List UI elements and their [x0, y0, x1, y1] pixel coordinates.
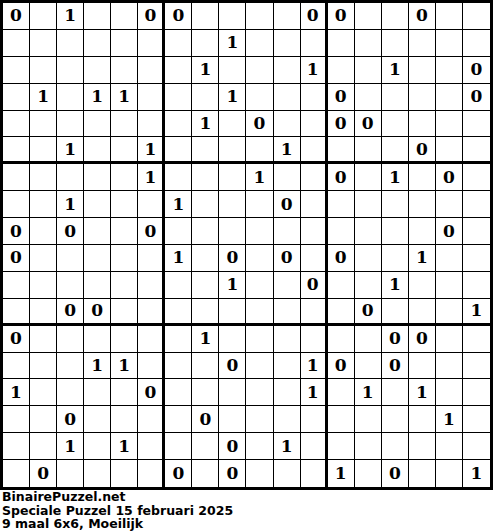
cell-r5c3[interactable] [57, 111, 84, 138]
cell-r6c17[interactable] [436, 137, 463, 164]
cell-r9c1: 0 [3, 218, 30, 245]
cell-r11c11[interactable] [274, 272, 301, 299]
cell-r1c18[interactable] [463, 3, 490, 30]
cell-r13c13[interactable] [328, 326, 355, 353]
cell-r18c16[interactable] [409, 460, 436, 487]
cell-r6c5[interactable] [111, 137, 138, 164]
cell-r18c8[interactable] [192, 460, 219, 487]
cell-r8c3: 1 [57, 191, 84, 218]
cell-r16c13[interactable] [328, 406, 355, 433]
cell-r15c3[interactable] [57, 379, 84, 406]
cell-r1c8[interactable] [192, 3, 219, 30]
cell-r10c16: 1 [409, 245, 436, 272]
cell-r3c14[interactable] [355, 57, 382, 84]
cell-r4c17[interactable] [436, 84, 463, 111]
cell-r9c10[interactable] [246, 218, 273, 245]
cell-r10c5[interactable] [111, 245, 138, 272]
cell-r16c10[interactable] [246, 406, 273, 433]
cell-r14c7[interactable] [165, 353, 192, 380]
cell-r8c11: 0 [274, 191, 301, 218]
cell-r7c4[interactable] [84, 164, 111, 191]
cell-r3c4[interactable] [84, 57, 111, 84]
cell-r4c18: 0 [463, 84, 490, 111]
cell-r16c4[interactable] [84, 406, 111, 433]
cell-r12c2[interactable] [30, 299, 57, 326]
cell-r3c13[interactable] [328, 57, 355, 84]
cell-r9c7[interactable] [165, 218, 192, 245]
cell-r2c4[interactable] [84, 30, 111, 57]
cell-r7c6: 1 [138, 164, 165, 191]
cell-r3c10[interactable] [246, 57, 273, 84]
caption: BinairePuzzel.net Speciale Puzzel 15 feb… [0, 490, 493, 531]
cell-r13c6[interactable] [138, 326, 165, 353]
cell-r15c9[interactable] [219, 379, 246, 406]
cell-r8c4[interactable] [84, 191, 111, 218]
cell-r4c15[interactable] [382, 84, 409, 111]
cell-r2c13[interactable] [328, 30, 355, 57]
cell-r2c8[interactable] [192, 30, 219, 57]
cell-r4c1[interactable] [3, 84, 30, 111]
cell-r1c10[interactable] [246, 3, 273, 30]
cell-r13c3[interactable] [57, 326, 84, 353]
cell-r11c8[interactable] [192, 272, 219, 299]
cell-r10c14[interactable] [355, 245, 382, 272]
cell-r8c13[interactable] [328, 191, 355, 218]
cell-r6c2[interactable] [30, 137, 57, 164]
cell-r8c18[interactable] [463, 191, 490, 218]
cell-r14c14[interactable] [355, 353, 382, 380]
cell-r6c18[interactable] [463, 137, 490, 164]
cell-r10c12[interactable] [301, 245, 328, 272]
cell-r3c17[interactable] [436, 57, 463, 84]
cell-r9c12[interactable] [301, 218, 328, 245]
cell-r12c12[interactable] [301, 299, 328, 326]
cell-r6c12[interactable] [301, 137, 328, 164]
cell-r8c14[interactable] [355, 191, 382, 218]
cell-r18c14[interactable] [355, 460, 382, 487]
cell-r17c10[interactable] [246, 433, 273, 460]
cell-r13c5[interactable] [111, 326, 138, 353]
cell-r14c2[interactable] [30, 353, 57, 380]
cell-r7c18[interactable] [463, 164, 490, 191]
cell-r9c16[interactable] [409, 218, 436, 245]
cell-r15c13[interactable] [328, 379, 355, 406]
cell-r17c5: 1 [111, 433, 138, 460]
cell-r2c15[interactable] [382, 30, 409, 57]
cell-r15c7[interactable] [165, 379, 192, 406]
cell-r2c3[interactable] [57, 30, 84, 57]
cell-r8c15[interactable] [382, 191, 409, 218]
cell-r7c16[interactable] [409, 164, 436, 191]
cell-r2c17[interactable] [436, 30, 463, 57]
cell-r9c9[interactable] [219, 218, 246, 245]
cell-r1c15[interactable] [382, 3, 409, 30]
cell-r12c5[interactable] [111, 299, 138, 326]
cell-r18c3[interactable] [57, 460, 84, 487]
cell-r2c10[interactable] [246, 30, 273, 57]
cell-r18c17[interactable] [436, 460, 463, 487]
cell-r8c16[interactable] [409, 191, 436, 218]
cell-r17c1[interactable] [3, 433, 30, 460]
cell-r5c4[interactable] [84, 111, 111, 138]
cell-r18c4[interactable] [84, 460, 111, 487]
cell-r13c16: 0 [409, 326, 436, 353]
cell-r14c8[interactable] [192, 353, 219, 380]
cell-r2c9: 1 [219, 30, 246, 57]
cell-r14c16[interactable] [409, 353, 436, 380]
cell-r11c7[interactable] [165, 272, 192, 299]
cell-r9c18[interactable] [463, 218, 490, 245]
cell-r18c11[interactable] [274, 460, 301, 487]
cell-r16c18[interactable] [463, 406, 490, 433]
cell-r13c10[interactable] [246, 326, 273, 353]
cell-r4c3[interactable] [57, 84, 84, 111]
cell-r4c11[interactable] [274, 84, 301, 111]
cell-r11c2[interactable] [30, 272, 57, 299]
cell-r8c10[interactable] [246, 191, 273, 218]
cell-r16c11[interactable] [274, 406, 301, 433]
cell-r14c12: 1 [301, 353, 328, 380]
cell-r2c6[interactable] [138, 30, 165, 57]
cell-r17c15[interactable] [382, 433, 409, 460]
cell-r15c10[interactable] [246, 379, 273, 406]
cell-r11c18[interactable] [463, 272, 490, 299]
cell-r16c12[interactable] [301, 406, 328, 433]
cell-r11c10[interactable] [246, 272, 273, 299]
cell-r9c5[interactable] [111, 218, 138, 245]
cell-r3c7[interactable] [165, 57, 192, 84]
cell-r7c9[interactable] [219, 164, 246, 191]
cell-r5c12[interactable] [301, 111, 328, 138]
cell-r18c9: 0 [219, 460, 246, 487]
cell-r6c7[interactable] [165, 137, 192, 164]
cell-r16c14[interactable] [355, 406, 382, 433]
cell-r15c17[interactable] [436, 379, 463, 406]
cell-r14c9: 0 [219, 353, 246, 380]
cell-r8c5[interactable] [111, 191, 138, 218]
cell-r4c6[interactable] [138, 84, 165, 111]
cell-r16c16[interactable] [409, 406, 436, 433]
cell-r1c2[interactable] [30, 3, 57, 30]
cell-r14c3[interactable] [57, 353, 84, 380]
cell-r9c4[interactable] [84, 218, 111, 245]
cell-r8c17[interactable] [436, 191, 463, 218]
cell-r2c16[interactable] [409, 30, 436, 57]
cell-r1c14[interactable] [355, 3, 382, 30]
cell-r12c6[interactable] [138, 299, 165, 326]
cell-r14c5: 1 [111, 353, 138, 380]
cell-r7c14[interactable] [355, 164, 382, 191]
cell-r13c12[interactable] [301, 326, 328, 353]
puzzle-board: 0100000111101111001000111011010110000001… [0, 0, 493, 490]
cell-r15c6: 0 [138, 379, 165, 406]
cell-r11c1[interactable] [3, 272, 30, 299]
cell-r16c5[interactable] [111, 406, 138, 433]
cell-r17c13[interactable] [328, 433, 355, 460]
cell-r9c14[interactable] [355, 218, 382, 245]
cell-r12c13[interactable] [328, 299, 355, 326]
cell-r2c1[interactable] [3, 30, 30, 57]
cell-r13c15: 0 [382, 326, 409, 353]
cell-r17c7[interactable] [165, 433, 192, 460]
cell-r10c7: 1 [165, 245, 192, 272]
cell-r13c2[interactable] [30, 326, 57, 353]
cell-r3c18: 0 [463, 57, 490, 84]
cell-r8c6[interactable] [138, 191, 165, 218]
cell-r13c1: 0 [3, 326, 30, 353]
cell-r16c7[interactable] [165, 406, 192, 433]
cell-r11c14[interactable] [355, 272, 382, 299]
cell-r18c18: 1 [463, 460, 490, 487]
cell-r6c6: 1 [138, 137, 165, 164]
cell-r2c14[interactable] [355, 30, 382, 57]
cell-r13c8: 1 [192, 326, 219, 353]
cell-r5c9[interactable] [219, 111, 246, 138]
cell-r18c7: 0 [165, 460, 192, 487]
cell-r9c8[interactable] [192, 218, 219, 245]
cell-r8c8[interactable] [192, 191, 219, 218]
cell-r3c1[interactable] [3, 57, 30, 84]
cell-r18c5[interactable] [111, 460, 138, 487]
cell-r12c11[interactable] [274, 299, 301, 326]
cell-r3c9[interactable] [219, 57, 246, 84]
cell-r1c7: 0 [165, 3, 192, 30]
cell-r7c17: 0 [436, 164, 463, 191]
cell-r15c4[interactable] [84, 379, 111, 406]
cell-r6c8[interactable] [192, 137, 219, 164]
cell-r10c10[interactable] [246, 245, 273, 272]
cell-r16c9[interactable] [219, 406, 246, 433]
cell-r2c2[interactable] [30, 30, 57, 57]
puzzle-title: Speciale Puzzel 15 februari 2025 [2, 504, 493, 518]
cell-r10c3[interactable] [57, 245, 84, 272]
cell-r10c8[interactable] [192, 245, 219, 272]
cell-r12c10[interactable] [246, 299, 273, 326]
cell-r13c14[interactable] [355, 326, 382, 353]
cell-r7c7[interactable] [165, 164, 192, 191]
cell-r11c6[interactable] [138, 272, 165, 299]
cell-r7c10: 1 [246, 164, 273, 191]
cell-r3c6[interactable] [138, 57, 165, 84]
cell-r16c8: 0 [192, 406, 219, 433]
cell-r17c4[interactable] [84, 433, 111, 460]
cell-r2c7[interactable] [165, 30, 192, 57]
cell-r17c12[interactable] [301, 433, 328, 460]
cell-r13c11[interactable] [274, 326, 301, 353]
cell-r17c6[interactable] [138, 433, 165, 460]
cell-r12c17[interactable] [436, 299, 463, 326]
cell-r6c13[interactable] [328, 137, 355, 164]
cell-r14c13: 0 [328, 353, 355, 380]
cell-r17c14[interactable] [355, 433, 382, 460]
cell-r6c11: 1 [274, 137, 301, 164]
cell-r14c18[interactable] [463, 353, 490, 380]
cell-r4c16[interactable] [409, 84, 436, 111]
cell-r1c17[interactable] [436, 3, 463, 30]
cell-r4c10[interactable] [246, 84, 273, 111]
cell-r16c6[interactable] [138, 406, 165, 433]
cell-r15c1: 1 [3, 379, 30, 406]
cell-r18c2: 0 [30, 460, 57, 487]
cell-r15c16: 1 [409, 379, 436, 406]
cell-r1c9[interactable] [219, 3, 246, 30]
cell-r1c16: 0 [409, 3, 436, 30]
cell-r16c3: 0 [57, 406, 84, 433]
cell-r10c18[interactable] [463, 245, 490, 272]
cell-r10c4[interactable] [84, 245, 111, 272]
cell-r8c7: 1 [165, 191, 192, 218]
cell-r7c2[interactable] [30, 164, 57, 191]
cell-r17c18[interactable] [463, 433, 490, 460]
cell-r13c7[interactable] [165, 326, 192, 353]
cell-r11c3[interactable] [57, 272, 84, 299]
cell-r8c12[interactable] [301, 191, 328, 218]
cell-r6c4[interactable] [84, 137, 111, 164]
cell-r8c9[interactable] [219, 191, 246, 218]
cell-r15c14: 1 [355, 379, 382, 406]
cell-r15c15[interactable] [382, 379, 409, 406]
cell-r4c14[interactable] [355, 84, 382, 111]
cell-r14c15: 0 [382, 353, 409, 380]
cell-r3c2[interactable] [30, 57, 57, 84]
cell-r11c17[interactable] [436, 272, 463, 299]
cell-r6c14[interactable] [355, 137, 382, 164]
cell-r7c13: 0 [328, 164, 355, 191]
cell-r13c18[interactable] [463, 326, 490, 353]
cell-r16c2[interactable] [30, 406, 57, 433]
cell-r3c8: 1 [192, 57, 219, 84]
cell-r14c17[interactable] [436, 353, 463, 380]
cell-r5c10: 0 [246, 111, 273, 138]
cell-r8c1[interactable] [3, 191, 30, 218]
cell-r3c5[interactable] [111, 57, 138, 84]
cell-r5c6[interactable] [138, 111, 165, 138]
cell-r16c15[interactable] [382, 406, 409, 433]
site-name: BinairePuzzel.net [2, 490, 493, 504]
cell-r1c5[interactable] [111, 3, 138, 30]
cell-r1c4[interactable] [84, 3, 111, 30]
cell-r13c4[interactable] [84, 326, 111, 353]
cell-r9c11[interactable] [274, 218, 301, 245]
cell-r12c8[interactable] [192, 299, 219, 326]
cell-r17c8[interactable] [192, 433, 219, 460]
cell-r18c6[interactable] [138, 460, 165, 487]
cell-r14c10[interactable] [246, 353, 273, 380]
cell-r10c6[interactable] [138, 245, 165, 272]
cell-r10c11: 0 [274, 245, 301, 272]
cell-r15c2[interactable] [30, 379, 57, 406]
cell-r5c15[interactable] [382, 111, 409, 138]
cell-r3c16[interactable] [409, 57, 436, 84]
cell-r10c17[interactable] [436, 245, 463, 272]
cell-r6c1[interactable] [3, 137, 30, 164]
cell-r11c16[interactable] [409, 272, 436, 299]
cell-r11c4[interactable] [84, 272, 111, 299]
cell-r6c10[interactable] [246, 137, 273, 164]
cell-r9c13[interactable] [328, 218, 355, 245]
cell-r14c4: 1 [84, 353, 111, 380]
cell-r2c5[interactable] [111, 30, 138, 57]
cell-r4c12[interactable] [301, 84, 328, 111]
cell-r11c5[interactable] [111, 272, 138, 299]
cell-r2c11[interactable] [274, 30, 301, 57]
cell-r5c17[interactable] [436, 111, 463, 138]
cell-r1c13: 0 [328, 3, 355, 30]
cell-r3c3[interactable] [57, 57, 84, 84]
cell-r5c11[interactable] [274, 111, 301, 138]
cell-r4c7[interactable] [165, 84, 192, 111]
cell-r7c3[interactable] [57, 164, 84, 191]
cell-r12c18: 1 [463, 299, 490, 326]
cell-r3c11[interactable] [274, 57, 301, 84]
cell-r17c16[interactable] [409, 433, 436, 460]
cell-r7c1[interactable] [3, 164, 30, 191]
cell-r17c2[interactable] [30, 433, 57, 460]
cell-r7c5[interactable] [111, 164, 138, 191]
cell-r12c1[interactable] [3, 299, 30, 326]
cell-r2c12[interactable] [301, 30, 328, 57]
cell-r16c1[interactable] [3, 406, 30, 433]
cell-r12c15[interactable] [382, 299, 409, 326]
cell-r7c11[interactable] [274, 164, 301, 191]
cell-r9c15[interactable] [382, 218, 409, 245]
cell-r5c18[interactable] [463, 111, 490, 138]
cell-r8c2[interactable] [30, 191, 57, 218]
cell-r4c13: 0 [328, 84, 355, 111]
cell-r6c15[interactable] [382, 137, 409, 164]
cell-r12c16[interactable] [409, 299, 436, 326]
cell-r7c12[interactable] [301, 164, 328, 191]
cell-r15c8[interactable] [192, 379, 219, 406]
cell-r1c11[interactable] [274, 3, 301, 30]
cell-r5c16[interactable] [409, 111, 436, 138]
cell-r9c2[interactable] [30, 218, 57, 245]
cell-r4c8[interactable] [192, 84, 219, 111]
cell-r14c1[interactable] [3, 353, 30, 380]
cell-r18c10[interactable] [246, 460, 273, 487]
cell-r5c13: 0 [328, 111, 355, 138]
cell-r17c17[interactable] [436, 433, 463, 460]
cell-r5c5[interactable] [111, 111, 138, 138]
cell-r18c12[interactable] [301, 460, 328, 487]
cell-r10c9: 0 [219, 245, 246, 272]
cell-r5c14: 0 [355, 111, 382, 138]
cell-r6c9[interactable] [219, 137, 246, 164]
cell-r5c2[interactable] [30, 111, 57, 138]
cell-r11c13[interactable] [328, 272, 355, 299]
cell-r2c18[interactable] [463, 30, 490, 57]
cell-r14c6[interactable] [138, 353, 165, 380]
cell-r5c1[interactable] [3, 111, 30, 138]
cell-r12c9[interactable] [219, 299, 246, 326]
cell-r12c7[interactable] [165, 299, 192, 326]
cell-r10c2[interactable] [30, 245, 57, 272]
cell-r18c1[interactable] [3, 460, 30, 487]
cell-r15c5[interactable] [111, 379, 138, 406]
cell-r13c9[interactable] [219, 326, 246, 353]
cell-r14c11[interactable] [274, 353, 301, 380]
cell-r10c1: 0 [3, 245, 30, 272]
cell-r12c4: 0 [84, 299, 111, 326]
cell-r5c7[interactable] [165, 111, 192, 138]
cell-r6c3: 1 [57, 137, 84, 164]
cell-r10c15[interactable] [382, 245, 409, 272]
puzzle-subtitle: 9 maal 6x6, Moeilijk [2, 517, 493, 531]
cell-r15c11[interactable] [274, 379, 301, 406]
cell-r15c18[interactable] [463, 379, 490, 406]
cell-r13c17[interactable] [436, 326, 463, 353]
cell-r7c8[interactable] [192, 164, 219, 191]
